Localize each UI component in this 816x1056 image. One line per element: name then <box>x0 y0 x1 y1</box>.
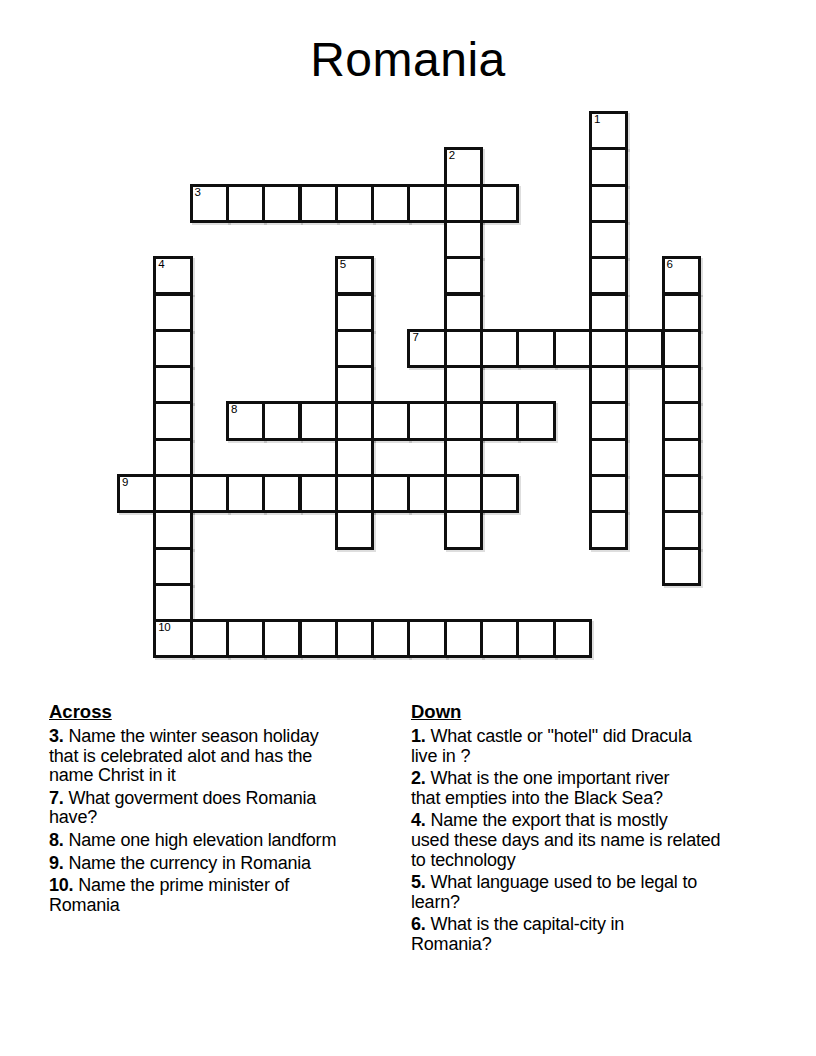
grid-cell-r14c9[interactable] <box>444 619 483 658</box>
clue-number-label: 10. <box>49 875 73 895</box>
grid-cell-r7c6[interactable] <box>335 365 374 404</box>
cell-number-7: 7 <box>412 331 418 344</box>
down-clue-list: 1. What castle or "hotel" did Dracula li… <box>411 727 803 955</box>
grid-cell-r5c1[interactable] <box>153 293 192 332</box>
grid-cell-r8c11[interactable] <box>516 401 555 440</box>
grid-cell-r1c13[interactable] <box>589 147 628 186</box>
grid-cell-r10c9[interactable] <box>444 474 483 513</box>
clue-text: What castle or "hotel" did Dracula live … <box>411 726 692 766</box>
clue-number-label: 2. <box>411 768 426 788</box>
cell-number-3: 3 <box>195 186 201 199</box>
grid-cell-r5c9[interactable] <box>444 293 483 332</box>
grid-cell-r11c9[interactable] <box>444 510 483 549</box>
across-heading: Across <box>49 701 409 722</box>
grid-cell-r10c6[interactable] <box>335 474 374 513</box>
worksheet-page: Romania 12345678910 Across 3. Name the w… <box>0 0 816 1056</box>
cell-number-8: 8 <box>231 403 237 416</box>
clue-text: What is the one important river that emp… <box>411 768 669 808</box>
across-clue-9: 9. Name the currency in Romania <box>49 854 409 874</box>
grid-cell-r3c9[interactable] <box>444 220 483 259</box>
grid-cell-r10c13[interactable] <box>589 474 628 513</box>
cell-number-2: 2 <box>449 149 455 162</box>
grid-cell-r10c2[interactable] <box>190 474 229 513</box>
grid-cell-r9c6[interactable] <box>335 438 374 477</box>
grid-cell-r14c2[interactable] <box>190 619 229 658</box>
grid-cell-r10c15[interactable] <box>662 474 701 513</box>
grid-cell-r8c1[interactable] <box>153 401 192 440</box>
grid-cell-r4c1[interactable]: 4 <box>153 256 192 295</box>
clue-number-label: 7. <box>49 788 64 808</box>
grid-cell-r2c3[interactable] <box>226 184 265 223</box>
cell-number-6: 6 <box>667 258 673 271</box>
grid-cell-r9c9[interactable] <box>444 438 483 477</box>
grid-cell-r5c13[interactable] <box>589 293 628 332</box>
grid-cell-r6c13[interactable] <box>589 329 628 368</box>
grid-cell-r8c4[interactable] <box>262 401 301 440</box>
grid-cell-r14c1[interactable]: 10 <box>153 619 192 658</box>
down-clue-6: 6. What is the capital-city in Romania? <box>411 915 803 954</box>
grid-cell-r8c6[interactable] <box>335 401 374 440</box>
clue-text: Name one high elevation landform <box>64 830 337 850</box>
cell-number-10: 10 <box>158 621 170 634</box>
grid-cell-r2c13[interactable] <box>589 184 628 223</box>
clue-number-label: 9. <box>49 853 64 873</box>
grid-cell-r4c13[interactable] <box>589 256 628 295</box>
grid-cell-r10c0[interactable]: 9 <box>117 474 156 513</box>
grid-cell-r10c1[interactable] <box>153 474 192 513</box>
clue-text: What is the capital-city in Romania? <box>411 914 624 954</box>
grid-cell-r6c6[interactable] <box>335 329 374 368</box>
grid-cell-r2c7[interactable] <box>371 184 410 223</box>
clue-number-label: 8. <box>49 830 64 850</box>
down-clue-2: 2. What is the one important river that … <box>411 769 803 808</box>
grid-cell-r14c7[interactable] <box>371 619 410 658</box>
down-clue-5: 5. What language used to be legal to lea… <box>411 873 803 912</box>
clue-text: What goverment does Romania have? <box>49 788 316 828</box>
grid-cell-r10c3[interactable] <box>226 474 265 513</box>
clue-text: What language used to be legal to learn? <box>411 872 697 912</box>
cell-number-5: 5 <box>340 258 346 271</box>
grid-cell-r11c1[interactable] <box>153 510 192 549</box>
grid-cell-r2c9[interactable] <box>444 184 483 223</box>
grid-cell-r6c14[interactable] <box>625 329 664 368</box>
grid-cell-r13c1[interactable] <box>153 583 192 622</box>
across-clues-section: Across 3. Name the winter season holiday… <box>49 701 409 918</box>
grid-cell-r9c1[interactable] <box>153 438 192 477</box>
grid-cell-r4c9[interactable] <box>444 256 483 295</box>
grid-cell-r1c9[interactable]: 2 <box>444 147 483 186</box>
grid-cell-r7c13[interactable] <box>589 365 628 404</box>
grid-cell-r10c8[interactable] <box>407 474 446 513</box>
grid-cell-r2c5[interactable] <box>299 184 338 223</box>
grid-cell-r2c6[interactable] <box>335 184 374 223</box>
grid-cell-r8c15[interactable] <box>662 401 701 440</box>
grid-cell-r6c11[interactable] <box>516 329 555 368</box>
grid-cell-r8c13[interactable] <box>589 401 628 440</box>
grid-cell-r12c15[interactable] <box>662 547 701 586</box>
down-heading: Down <box>411 701 803 722</box>
grid-cell-r7c1[interactable] <box>153 365 192 404</box>
grid-cell-r10c5[interactable] <box>299 474 338 513</box>
across-clue-7: 7. What goverment does Romania have? <box>49 789 409 828</box>
across-clue-3: 3. Name the winter season holiday that i… <box>49 727 409 786</box>
grid-cell-r2c10[interactable] <box>480 184 519 223</box>
across-clue-10: 10. Name the prime minister of Romania <box>49 876 409 915</box>
grid-cell-r14c6[interactable] <box>335 619 374 658</box>
grid-cell-r0c13[interactable]: 1 <box>589 111 628 150</box>
cell-number-1: 1 <box>594 113 600 126</box>
grid-cell-r7c15[interactable] <box>662 365 701 404</box>
clue-number-label: 1. <box>411 726 426 746</box>
clue-text: Name the export that is mostly used thes… <box>411 810 720 869</box>
cell-number-9: 9 <box>122 476 128 489</box>
grid-cell-r6c12[interactable] <box>553 329 592 368</box>
grid-cell-r2c2[interactable]: 3 <box>190 184 229 223</box>
grid-cell-r10c7[interactable] <box>371 474 410 513</box>
grid-cell-r10c10[interactable] <box>480 474 519 513</box>
grid-cell-r2c4[interactable] <box>262 184 301 223</box>
down-clue-1: 1. What castle or "hotel" did Dracula li… <box>411 727 803 766</box>
grid-cell-r14c10[interactable] <box>480 619 519 658</box>
grid-cell-r8c5[interactable] <box>299 401 338 440</box>
grid-cell-r14c5[interactable] <box>299 619 338 658</box>
grid-cell-r11c6[interactable] <box>335 510 374 549</box>
grid-cell-r14c4[interactable] <box>262 619 301 658</box>
grid-cell-r9c15[interactable] <box>662 438 701 477</box>
grid-cell-r4c6[interactable]: 5 <box>335 256 374 295</box>
clue-text: Name the winter season holiday that is c… <box>49 726 319 785</box>
clue-number-label: 4. <box>411 810 426 830</box>
grid-cell-r2c8[interactable] <box>407 184 446 223</box>
crossword-grid: 12345678910 <box>117 111 701 659</box>
grid-cell-r6c9[interactable] <box>444 329 483 368</box>
grid-cell-r14c11[interactable] <box>516 619 555 658</box>
grid-cell-r11c15[interactable] <box>662 510 701 549</box>
grid-cell-r6c1[interactable] <box>153 329 192 368</box>
grid-cell-r4c15[interactable]: 6 <box>662 256 701 295</box>
across-clue-list: 3. Name the winter season holiday that i… <box>49 727 409 915</box>
clue-number-label: 3. <box>49 726 64 746</box>
grid-cell-r8c10[interactable] <box>480 401 519 440</box>
down-clue-4: 4. Name the export that is mostly used t… <box>411 811 803 870</box>
grid-cell-r9c13[interactable] <box>589 438 628 477</box>
clue-text: Name the currency in Romania <box>64 853 311 873</box>
grid-cell-r14c3[interactable] <box>226 619 265 658</box>
grid-cell-r14c8[interactable] <box>407 619 446 658</box>
cell-number-4: 4 <box>158 258 164 271</box>
across-clue-8: 8. Name one high elevation landform <box>49 831 409 851</box>
grid-cell-r5c6[interactable] <box>335 293 374 332</box>
grid-cell-r6c15[interactable] <box>662 329 701 368</box>
grid-cell-r14c12[interactable] <box>553 619 592 658</box>
page-title: Romania <box>0 36 816 84</box>
grid-cell-r5c15[interactable] <box>662 293 701 332</box>
down-clues-section: Down 1. What castle or "hotel" did Dracu… <box>411 701 803 958</box>
grid-cell-r3c13[interactable] <box>589 220 628 259</box>
grid-cell-r6c8[interactable]: 7 <box>407 329 446 368</box>
grid-cell-r7c9[interactable] <box>444 365 483 404</box>
clue-text: Name the prime minister of Romania <box>49 875 289 915</box>
grid-cell-r8c3[interactable]: 8 <box>226 401 265 440</box>
clue-number-label: 5. <box>411 872 426 892</box>
grid-cell-r11c13[interactable] <box>589 510 628 549</box>
grid-cell-r6c10[interactable] <box>480 329 519 368</box>
grid-cell-r10c4[interactable] <box>262 474 301 513</box>
clue-number-label: 6. <box>411 914 426 934</box>
grid-cell-r8c7[interactable] <box>371 401 410 440</box>
grid-cell-r8c8[interactable] <box>407 401 446 440</box>
grid-cell-r8c9[interactable] <box>444 401 483 440</box>
grid-cell-r12c1[interactable] <box>153 547 192 586</box>
